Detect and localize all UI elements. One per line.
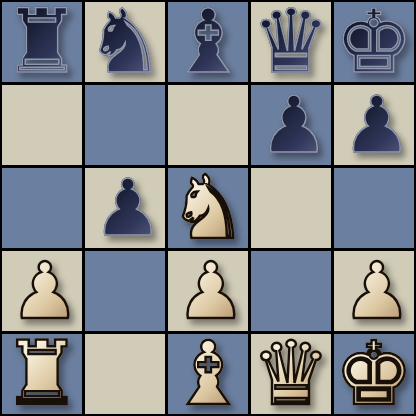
square-b4[interactable] [85, 85, 165, 165]
square-d2[interactable] [251, 251, 331, 331]
square-b5[interactable]: ♞ [85, 2, 165, 82]
square-e2[interactable]: ♟ [334, 251, 414, 331]
chess-board: ♜♞♝♛♚♟♟♟♞♟♟♟♜♝♛♚ [0, 0, 416, 416]
white-pawn[interactable]: ♟ [171, 251, 251, 331]
black-pawn[interactable]: ♟ [254, 85, 334, 165]
square-e4[interactable]: ♟ [334, 85, 414, 165]
square-b1[interactable] [85, 334, 165, 414]
black-rook[interactable]: ♜ [2, 2, 82, 82]
white-bishop[interactable]: ♝ [168, 334, 248, 414]
white-rook[interactable]: ♜ [2, 334, 82, 414]
square-b3[interactable]: ♟ [85, 168, 165, 248]
black-pawn[interactable]: ♟ [337, 85, 416, 165]
square-e1[interactable]: ♚ [334, 334, 414, 414]
square-a4[interactable] [2, 85, 82, 165]
black-queen[interactable]: ♛ [251, 2, 331, 82]
square-c1[interactable]: ♝ [168, 334, 248, 414]
square-a5[interactable]: ♜ [2, 2, 82, 82]
square-a1[interactable]: ♜ [2, 334, 82, 414]
white-king[interactable]: ♚ [334, 334, 414, 414]
square-a3[interactable] [2, 168, 82, 248]
white-pawn[interactable]: ♟ [337, 251, 416, 331]
square-c2[interactable]: ♟ [168, 251, 248, 331]
square-c5[interactable]: ♝ [168, 2, 248, 82]
square-c3[interactable]: ♞ [168, 168, 248, 248]
square-b2[interactable] [85, 251, 165, 331]
square-d5[interactable]: ♛ [251, 2, 331, 82]
square-d4[interactable]: ♟ [251, 85, 331, 165]
black-pawn[interactable]: ♟ [88, 168, 168, 248]
square-e5[interactable]: ♚ [334, 2, 414, 82]
square-d3[interactable] [251, 168, 331, 248]
black-knight[interactable]: ♞ [85, 2, 165, 82]
square-c4[interactable] [168, 85, 248, 165]
white-pawn[interactable]: ♟ [5, 251, 85, 331]
black-bishop[interactable]: ♝ [168, 2, 248, 82]
square-e3[interactable] [334, 168, 414, 248]
square-a2[interactable]: ♟ [2, 251, 82, 331]
square-d1[interactable]: ♛ [251, 334, 331, 414]
white-knight[interactable]: ♞ [168, 168, 248, 248]
black-king[interactable]: ♚ [334, 2, 414, 82]
white-queen[interactable]: ♛ [251, 334, 331, 414]
